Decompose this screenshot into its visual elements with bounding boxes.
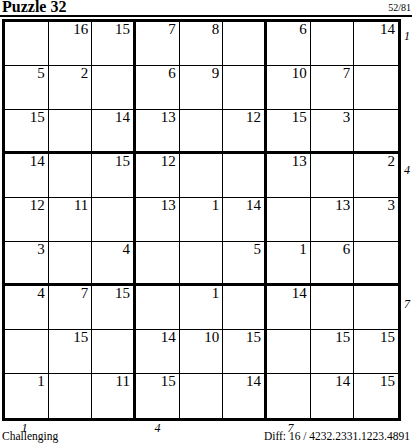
cell-r1c4[interactable]: 7 (136, 22, 180, 66)
cell-r8c8[interactable]: 15 (311, 330, 355, 374)
cell-r8c6[interactable]: 15 (223, 330, 267, 374)
cell-r9c2[interactable] (49, 374, 93, 418)
cell-r6c6[interactable]: 5 (223, 242, 267, 286)
cell-r3c9[interactable] (354, 110, 398, 154)
clue-number: 7 (81, 286, 89, 301)
row-label-1: 1 (404, 30, 410, 42)
title-rule (0, 15, 412, 17)
cell-r9c4[interactable]: 15 (136, 374, 180, 418)
clue-number: 15 (115, 22, 130, 37)
cell-r8c3[interactable] (92, 330, 136, 374)
cell-r9c5[interactable] (180, 374, 224, 418)
cell-r3c2[interactable] (49, 110, 93, 154)
puzzle-page: Puzzle 32 52/81 161578614526910715141312… (0, 0, 412, 446)
clue-number: 15 (292, 110, 307, 125)
cell-r1c7[interactable]: 6 (267, 22, 311, 66)
clue-number: 1 (212, 286, 220, 301)
clue-number: 9 (212, 66, 220, 81)
cell-r3c8[interactable]: 3 (311, 110, 355, 154)
clue-fraction: 52/81 (388, 2, 411, 14)
cell-r9c6[interactable]: 14 (223, 374, 267, 418)
cell-r5c3[interactable] (92, 198, 136, 242)
clue-number: 1 (212, 198, 220, 213)
clue-number: 14 (246, 374, 261, 389)
clue-number: 14 (30, 154, 45, 169)
cell-r1c8[interactable] (311, 22, 355, 66)
clue-number: 15 (380, 374, 395, 389)
cell-r7c1[interactable]: 4 (5, 286, 49, 330)
clue-number: 15 (115, 154, 130, 169)
cell-r5c8[interactable]: 13 (311, 198, 355, 242)
clue-number: 6 (343, 242, 351, 257)
clue-number: 3 (388, 198, 396, 213)
clue-number: 13 (335, 198, 350, 213)
clue-number: 14 (246, 198, 261, 213)
cell-r6c1[interactable]: 3 (5, 242, 49, 286)
cell-r1c6[interactable] (223, 22, 267, 66)
cell-r2c7[interactable]: 10 (267, 66, 311, 110)
cell-r6c9[interactable] (354, 242, 398, 286)
clue-number: 15 (161, 374, 176, 389)
cell-r4c9[interactable]: 2 (354, 154, 398, 198)
clue-number: 5 (37, 66, 45, 81)
cell-r8c5[interactable]: 10 (180, 330, 224, 374)
cell-r6c7[interactable]: 1 (267, 242, 311, 286)
col-label-4: 4 (135, 421, 180, 435)
clue-number: 1 (37, 374, 45, 389)
cell-r7c4[interactable] (136, 286, 180, 330)
cell-r9c1[interactable]: 1 (5, 374, 49, 418)
clue-number: 6 (299, 22, 307, 37)
cell-r6c2[interactable] (49, 242, 93, 286)
clue-number: 11 (116, 374, 130, 389)
cell-r6c3[interactable]: 4 (92, 242, 136, 286)
cell-r4c5[interactable] (180, 154, 224, 198)
clue-number: 14 (115, 110, 130, 125)
cell-r1c3[interactable]: 15 (92, 22, 136, 66)
diff-rating: Diff: 16 / 4232.2331.1223.4891 (264, 429, 410, 443)
cell-r5c5[interactable]: 1 (180, 198, 224, 242)
cell-r5c6[interactable]: 14 (223, 198, 267, 242)
row-label-4: 4 (404, 164, 410, 176)
clue-number: 2 (81, 66, 89, 81)
clue-number: 4 (123, 242, 131, 257)
clue-number: 7 (343, 66, 351, 81)
clue-number: 11 (74, 198, 88, 213)
cell-r2c3[interactable] (92, 66, 136, 110)
clue-number: 15 (30, 110, 45, 125)
clue-number: 13 (161, 198, 176, 213)
clue-number: 6 (168, 66, 176, 81)
cell-r6c8[interactable]: 6 (311, 242, 355, 286)
clue-number: 10 (292, 66, 307, 81)
clue-number: 14 (335, 374, 350, 389)
difficulty-label: Challenging (2, 429, 58, 443)
clue-number: 12 (30, 198, 45, 213)
cell-r5c4[interactable]: 13 (136, 198, 180, 242)
cell-r7c2[interactable]: 7 (49, 286, 93, 330)
cell-r3c1[interactable]: 15 (5, 110, 49, 154)
clue-number: 13 (292, 154, 307, 169)
cell-r8c2[interactable]: 15 (49, 330, 93, 374)
clue-number: 12 (161, 154, 176, 169)
cell-r4c6[interactable] (223, 154, 267, 198)
cell-r1c5[interactable]: 8 (180, 22, 224, 66)
cell-r7c3[interactable]: 15 (92, 286, 136, 330)
cell-r4c7[interactable]: 13 (267, 154, 311, 198)
clue-number: 15 (73, 330, 88, 345)
cell-r9c9[interactable]: 15 (354, 374, 398, 418)
clue-number: 15 (380, 330, 395, 345)
clue-number: 16 (73, 22, 88, 37)
cell-r8c9[interactable]: 15 (354, 330, 398, 374)
cell-r2c9[interactable] (354, 66, 398, 110)
cell-r5c9[interactable]: 3 (354, 198, 398, 242)
clue-number: 10 (204, 330, 219, 345)
cell-r3c3[interactable]: 14 (92, 110, 136, 154)
clue-number: 12 (246, 110, 261, 125)
clue-number: 15 (115, 286, 130, 301)
page-title: Puzzle 32 (2, 0, 66, 15)
clue-number: 13 (161, 110, 176, 125)
clue-number: 3 (37, 242, 45, 257)
cell-r3c5[interactable] (180, 110, 224, 154)
clue-number: 14 (292, 286, 307, 301)
cell-r5c2[interactable]: 11 (49, 198, 93, 242)
cell-r8c7[interactable] (267, 330, 311, 374)
clue-number: 14 (380, 22, 395, 37)
puzzle-grid: 1615786145269107151413121531415121321211… (2, 19, 401, 421)
cell-r7c9[interactable] (354, 286, 398, 330)
cell-r7c5[interactable]: 1 (180, 286, 224, 330)
cell-r4c8[interactable] (311, 154, 355, 198)
cell-r4c2[interactable] (49, 154, 93, 198)
cell-r2c5[interactable]: 9 (180, 66, 224, 110)
clue-number: 5 (254, 242, 262, 257)
row-label-7: 7 (404, 298, 410, 310)
cell-r7c7[interactable]: 14 (267, 286, 311, 330)
cell-r3c4[interactable]: 13 (136, 110, 180, 154)
cell-r9c3[interactable]: 11 (92, 374, 136, 418)
cell-r1c2[interactable]: 16 (49, 22, 93, 66)
cell-r1c1[interactable] (5, 22, 49, 66)
cell-r7c8[interactable] (311, 286, 355, 330)
cell-r7c6[interactable] (223, 286, 267, 330)
cell-r9c7[interactable] (267, 374, 311, 418)
cell-r6c5[interactable] (180, 242, 224, 286)
clue-number: 3 (343, 110, 351, 125)
cell-r4c3[interactable]: 15 (92, 154, 136, 198)
cell-r4c1[interactable]: 14 (5, 154, 49, 198)
cell-r2c1[interactable]: 5 (5, 66, 49, 110)
cell-r2c2[interactable]: 2 (49, 66, 93, 110)
cell-r6c4[interactable] (136, 242, 180, 286)
cell-r4c4[interactable]: 12 (136, 154, 180, 198)
clue-number: 15 (335, 330, 350, 345)
clue-number: 14 (161, 330, 176, 345)
clue-number: 15 (246, 330, 261, 345)
cell-r5c1[interactable]: 12 (5, 198, 49, 242)
cell-r1c9[interactable]: 14 (354, 22, 398, 66)
clue-number: 1 (299, 242, 307, 257)
clue-number: 2 (388, 154, 396, 169)
clue-number: 7 (168, 22, 176, 37)
cell-r2c6[interactable] (223, 66, 267, 110)
clue-number: 8 (212, 22, 220, 37)
cell-r8c4[interactable]: 14 (136, 330, 180, 374)
cell-r5c7[interactable] (267, 198, 311, 242)
cell-r2c4[interactable]: 6 (136, 66, 180, 110)
clue-number: 4 (37, 286, 45, 301)
cell-r3c7[interactable]: 15 (267, 110, 311, 154)
cell-r3c6[interactable]: 12 (223, 110, 267, 154)
cell-r8c1[interactable] (5, 330, 49, 374)
cell-r2c8[interactable]: 7 (311, 66, 355, 110)
cell-r9c8[interactable]: 14 (311, 374, 355, 418)
